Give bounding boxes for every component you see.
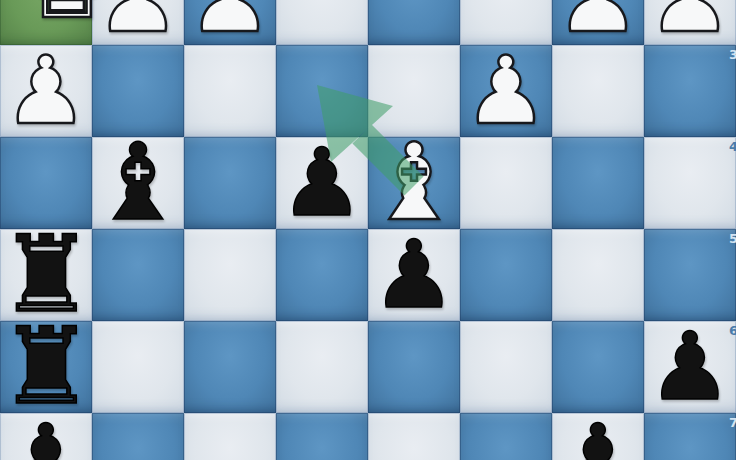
square-g7[interactable] <box>92 413 184 460</box>
square-b5[interactable] <box>552 229 644 321</box>
square-e7[interactable] <box>276 413 368 460</box>
square-d5[interactable]: ♟ <box>368 229 460 321</box>
square-b2[interactable]: ♟ <box>552 0 644 45</box>
square-g4[interactable]: ♝ <box>92 137 184 229</box>
rank-label-4: 4 <box>729 140 736 153</box>
square-e4[interactable]: ♟ <box>276 137 368 229</box>
square-c3[interactable]: ♟ <box>460 45 552 137</box>
black-pawn-piece[interactable]: ♟ <box>372 228 456 322</box>
square-e2[interactable] <box>276 0 368 45</box>
white-pawn-piece[interactable]: ♟ <box>556 0 640 46</box>
rank-label-7: 7 <box>729 416 736 429</box>
square-d4[interactable]: ♝ <box>368 137 460 229</box>
black-pawn-piece[interactable]: ♟ <box>280 136 364 230</box>
square-c6[interactable] <box>460 321 552 413</box>
square-f4[interactable] <box>184 137 276 229</box>
square-c7[interactable] <box>460 413 552 460</box>
white-pawn-piece[interactable]: ♟ <box>464 44 548 138</box>
square-h3[interactable]: ♟ <box>0 45 92 137</box>
square-f7[interactable] <box>184 413 276 460</box>
square-b7[interactable]: ♟ <box>552 413 644 460</box>
black-pawn-piece[interactable]: ♟ <box>648 320 732 414</box>
white-pawn-piece[interactable]: ♟ <box>96 0 180 46</box>
square-a5[interactable] <box>644 229 736 321</box>
square-g6[interactable] <box>92 321 184 413</box>
square-g2[interactable]: ♟ <box>92 0 184 45</box>
square-f5[interactable] <box>184 229 276 321</box>
white-pawn-piece[interactable]: ♟ <box>4 44 88 138</box>
rank-label-5: 5 <box>729 232 736 245</box>
rank-label-6: 6 <box>729 324 736 337</box>
square-d6[interactable] <box>368 321 460 413</box>
square-e5[interactable] <box>276 229 368 321</box>
square-f3[interactable] <box>184 45 276 137</box>
square-c5[interactable] <box>460 229 552 321</box>
black-bishop-piece[interactable]: ♝ <box>90 130 185 236</box>
black-pawn-piece[interactable]: ♟ <box>4 412 88 460</box>
square-c4[interactable] <box>460 137 552 229</box>
square-e3[interactable] <box>276 45 368 137</box>
square-d7[interactable] <box>368 413 460 460</box>
square-f6[interactable] <box>184 321 276 413</box>
square-b6[interactable] <box>552 321 644 413</box>
square-b3[interactable] <box>552 45 644 137</box>
chess-board-screenshot: ♚♟♟♟♟♟♟♝♟♝♜♟♜♟♟♟ 34567 <box>0 0 736 460</box>
white-pawn-piece[interactable]: ♟ <box>648 0 732 46</box>
square-h6[interactable]: ♜ <box>0 321 92 413</box>
square-a4[interactable] <box>644 137 736 229</box>
square-b4[interactable] <box>552 137 644 229</box>
rank-label-3: 3 <box>729 48 736 61</box>
black-pawn-piece[interactable]: ♟ <box>556 412 640 460</box>
square-a3[interactable] <box>644 45 736 137</box>
square-e6[interactable] <box>276 321 368 413</box>
square-a6[interactable]: ♟ <box>644 321 736 413</box>
square-f2[interactable]: ♟ <box>184 0 276 45</box>
square-a2[interactable]: ♟ <box>644 0 736 45</box>
white-pawn-piece[interactable]: ♟ <box>188 0 272 46</box>
chess-board: ♚♟♟♟♟♟♟♝♟♝♜♟♜♟♟♟ <box>0 0 736 460</box>
square-h7[interactable]: ♟ <box>0 413 92 460</box>
square-d2[interactable] <box>368 0 460 45</box>
